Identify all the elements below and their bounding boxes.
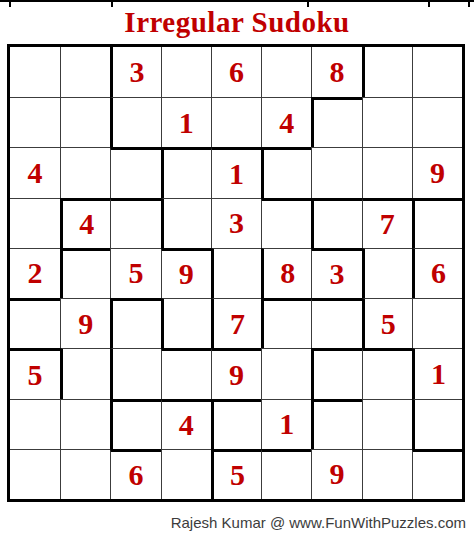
- cell-r1c7[interactable]: 8: [311, 47, 361, 97]
- cell-r9c2[interactable]: [60, 449, 110, 499]
- cell-r7c9[interactable]: 1: [412, 348, 462, 398]
- top-border-tick: [111, 0, 113, 7]
- cell-r3c8[interactable]: [362, 147, 412, 197]
- cell-r8c6[interactable]: 1: [261, 399, 311, 449]
- cell-r6c2[interactable]: 9: [60, 298, 110, 348]
- cell-r4c5[interactable]: 3: [211, 198, 261, 248]
- cell-r2c4[interactable]: 1: [161, 97, 211, 147]
- top-border-tick: [307, 0, 309, 7]
- cell-r5c8[interactable]: [362, 248, 412, 298]
- cell-r5c7[interactable]: 3: [311, 248, 361, 298]
- cell-r4c4[interactable]: [161, 198, 211, 248]
- cell-r3c7[interactable]: [311, 147, 361, 197]
- cell-r2c1[interactable]: [10, 97, 60, 147]
- cell-r9c9[interactable]: [412, 449, 462, 499]
- cell-r6c7[interactable]: [311, 298, 361, 348]
- cell-r4c7[interactable]: [311, 198, 361, 248]
- cell-r5c9[interactable]: 6: [412, 248, 462, 298]
- cell-r7c4[interactable]: [161, 348, 211, 398]
- cell-r7c3[interactable]: [110, 348, 160, 398]
- cell-r7c6[interactable]: [261, 348, 311, 398]
- cell-r7c7[interactable]: [311, 348, 361, 398]
- top-border-tick: [9, 0, 11, 7]
- cell-r3c4[interactable]: [161, 147, 211, 197]
- cell-r2c7[interactable]: [311, 97, 361, 147]
- cell-r6c6[interactable]: [261, 298, 311, 348]
- cell-r2c2[interactable]: [60, 97, 110, 147]
- cell-r4c2[interactable]: 4: [60, 198, 110, 248]
- cell-r5c4[interactable]: 9: [161, 248, 211, 298]
- top-border-rule: [0, 0, 474, 2]
- cell-r6c9[interactable]: [412, 298, 462, 348]
- cell-r5c6[interactable]: 8: [261, 248, 311, 298]
- attribution-footer: Rajesh Kumar @ www.FunWithPuzzles.com: [171, 514, 466, 531]
- cell-r8c5[interactable]: [211, 399, 261, 449]
- cell-r7c5[interactable]: 9: [211, 348, 261, 398]
- cell-r8c9[interactable]: [412, 399, 462, 449]
- cell-r3c2[interactable]: [60, 147, 110, 197]
- cell-r9c3[interactable]: 6: [110, 449, 160, 499]
- cell-r8c1[interactable]: [10, 399, 60, 449]
- cell-r5c1[interactable]: 2: [10, 248, 60, 298]
- cell-r1c6[interactable]: [261, 47, 311, 97]
- cell-r1c3[interactable]: 3: [110, 47, 160, 97]
- cell-r7c8[interactable]: [362, 348, 412, 398]
- cell-r9c1[interactable]: [10, 449, 60, 499]
- cell-r4c8[interactable]: 7: [362, 198, 412, 248]
- sudoku-board: 3681441943725983697559141659: [7, 44, 465, 502]
- cell-r9c6[interactable]: [261, 449, 311, 499]
- cell-r3c3[interactable]: [110, 147, 160, 197]
- cell-r6c1[interactable]: [10, 298, 60, 348]
- cell-r3c6[interactable]: [261, 147, 311, 197]
- cell-r6c3[interactable]: [110, 298, 160, 348]
- cell-r1c8[interactable]: [362, 47, 412, 97]
- cell-r9c4[interactable]: [161, 449, 211, 499]
- cell-r1c4[interactable]: [161, 47, 211, 97]
- cell-r8c3[interactable]: [110, 399, 160, 449]
- cell-r9c5[interactable]: 5: [211, 449, 261, 499]
- cell-r3c9[interactable]: 9: [412, 147, 462, 197]
- cell-r8c4[interactable]: 4: [161, 399, 211, 449]
- cell-r6c5[interactable]: 7: [211, 298, 261, 348]
- cell-r2c9[interactable]: [412, 97, 462, 147]
- cell-r4c3[interactable]: [110, 198, 160, 248]
- top-border-tick: [428, 0, 430, 7]
- cell-r2c5[interactable]: [211, 97, 261, 147]
- cell-r2c8[interactable]: [362, 97, 412, 147]
- top-border-tick: [468, 0, 470, 7]
- cell-r3c5[interactable]: 1: [211, 147, 261, 197]
- cell-r5c2[interactable]: [60, 248, 110, 298]
- cell-r6c4[interactable]: [161, 298, 211, 348]
- cell-r7c1[interactable]: 5: [10, 348, 60, 398]
- puzzle-title: Irregular Sudoku: [0, 6, 474, 39]
- cell-r6c8[interactable]: 5: [362, 298, 412, 348]
- cell-r2c6[interactable]: 4: [261, 97, 311, 147]
- cell-r1c5[interactable]: 6: [211, 47, 261, 97]
- cell-r1c9[interactable]: [412, 47, 462, 97]
- cell-r1c2[interactable]: [60, 47, 110, 97]
- cell-r8c7[interactable]: [311, 399, 361, 449]
- cell-r9c8[interactable]: [362, 449, 412, 499]
- cell-r5c3[interactable]: 5: [110, 248, 160, 298]
- cell-r1c1[interactable]: [10, 47, 60, 97]
- cell-r4c1[interactable]: [10, 198, 60, 248]
- cell-r7c2[interactable]: [60, 348, 110, 398]
- cell-r9c7[interactable]: 9: [311, 449, 361, 499]
- cell-r2c3[interactable]: [110, 97, 160, 147]
- cell-r8c8[interactable]: [362, 399, 412, 449]
- cell-r4c9[interactable]: [412, 198, 462, 248]
- cell-r4c6[interactable]: [261, 198, 311, 248]
- cell-r3c1[interactable]: 4: [10, 147, 60, 197]
- cell-r5c5[interactable]: [211, 248, 261, 298]
- cell-r8c2[interactable]: [60, 399, 110, 449]
